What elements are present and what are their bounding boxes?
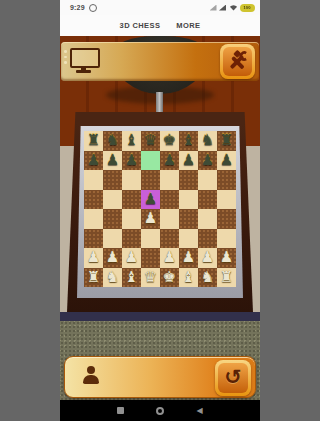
square-c1[interactable]: ♝ [122, 268, 141, 288]
white-pawn[interactable]: ♟ [160, 248, 179, 268]
undo-icon: ↺ [224, 367, 242, 388]
square-g7[interactable]: ♟ [198, 151, 217, 171]
square-c2[interactable]: ♟ [122, 248, 141, 268]
square-b1[interactable]: ♞ [103, 268, 122, 288]
square-b8[interactable]: ♞ [103, 131, 122, 151]
white-pawn[interactable]: ♟ [179, 248, 198, 268]
square-b6[interactable] [103, 170, 122, 190]
notification-icon [89, 4, 97, 12]
player-button[interactable] [81, 366, 101, 390]
square-f4[interactable] [179, 209, 198, 229]
white-queen[interactable]: ♛ [141, 268, 160, 288]
square-a2[interactable]: ♟ [84, 248, 103, 268]
square-h2[interactable]: ♟ [217, 248, 236, 268]
square-h6[interactable] [217, 170, 236, 190]
settings-button[interactable] [220, 44, 255, 79]
square-c7[interactable]: ♟ [122, 151, 141, 171]
white-knight[interactable]: ♞ [103, 268, 122, 288]
square-b4[interactable] [103, 209, 122, 229]
back-button[interactable]: ◀ [196, 407, 202, 415]
signal-icon [219, 5, 226, 11]
square-d5[interactable]: ♟ [141, 190, 160, 210]
white-knight[interactable]: ♞ [198, 268, 217, 288]
square-f2[interactable]: ♟ [179, 248, 198, 268]
square-a3[interactable] [84, 229, 103, 249]
square-d7[interactable] [141, 151, 160, 171]
square-e4[interactable] [160, 209, 179, 229]
phone-screen: 9:29 100 3D CHESS MORE ♜♞♝♛♚♝♞♜♟♟♟♟♟♟♟♟♟… [60, 0, 260, 421]
square-a5[interactable] [84, 190, 103, 210]
black-pawn[interactable]: ♟ [198, 151, 217, 171]
status-bar: 9:29 100 [60, 0, 260, 15]
wifi-icon [229, 4, 238, 11]
square-c8[interactable]: ♝ [122, 131, 141, 151]
recents-button[interactable] [117, 407, 124, 414]
black-pawn[interactable]: ♟ [160, 151, 179, 171]
square-g2[interactable]: ♟ [198, 248, 217, 268]
black-knight[interactable]: ♞ [198, 131, 217, 151]
square-a8[interactable]: ♜ [84, 131, 103, 151]
square-b7[interactable]: ♟ [103, 151, 122, 171]
black-knight[interactable]: ♞ [103, 131, 122, 151]
square-e5[interactable] [160, 190, 179, 210]
square-d3[interactable] [141, 229, 160, 249]
drag-handle-dots [64, 50, 67, 64]
square-h5[interactable] [217, 190, 236, 210]
tab-3d-chess[interactable]: 3D CHESS [120, 21, 161, 30]
status-icons: 100 [210, 0, 256, 15]
square-f1[interactable]: ♝ [179, 268, 198, 288]
white-pawn[interactable]: ♟ [103, 248, 122, 268]
tab-bar: 3D CHESS MORE [60, 15, 260, 36]
square-g3[interactable] [198, 229, 217, 249]
white-pawn[interactable]: ♟ [84, 248, 103, 268]
black-bishop[interactable]: ♝ [122, 131, 141, 151]
black-queen[interactable]: ♛ [141, 131, 160, 151]
square-d8[interactable]: ♛ [141, 131, 160, 151]
square-f8[interactable]: ♝ [179, 131, 198, 151]
square-g5[interactable] [198, 190, 217, 210]
black-bishop[interactable]: ♝ [179, 131, 198, 151]
square-a7[interactable]: ♟ [84, 151, 103, 171]
square-g1[interactable]: ♞ [198, 268, 217, 288]
square-e3[interactable] [160, 229, 179, 249]
square-c3[interactable] [122, 229, 141, 249]
square-e1[interactable]: ♚ [160, 268, 179, 288]
square-f3[interactable] [179, 229, 198, 249]
black-rook[interactable]: ♜ [217, 131, 236, 151]
square-d4[interactable]: ♟ [141, 209, 160, 229]
square-c6[interactable] [122, 170, 141, 190]
table-shadow-strip [60, 312, 260, 321]
square-e8[interactable]: ♚ [160, 131, 179, 151]
square-g4[interactable] [198, 209, 217, 229]
square-d6[interactable] [141, 170, 160, 190]
black-pawn[interactable]: ♟ [103, 151, 122, 171]
black-pawn[interactable]: ♟ [179, 151, 198, 171]
square-e6[interactable] [160, 170, 179, 190]
tools-icon [223, 47, 252, 76]
square-g6[interactable] [198, 170, 217, 190]
square-b5[interactable] [103, 190, 122, 210]
home-button[interactable] [156, 407, 164, 415]
white-bishop[interactable]: ♝ [179, 268, 198, 288]
black-pawn[interactable]: ♟ [217, 151, 236, 171]
square-f6[interactable] [179, 170, 198, 190]
square-c5[interactable] [122, 190, 141, 210]
square-h8[interactable]: ♜ [217, 131, 236, 151]
clock: 9:29 [70, 4, 85, 11]
square-h3[interactable] [217, 229, 236, 249]
white-king[interactable]: ♚ [160, 268, 179, 288]
square-h1[interactable]: ♜ [217, 268, 236, 288]
black-rook[interactable]: ♜ [84, 131, 103, 151]
white-pawn[interactable]: ♟ [122, 248, 141, 268]
chess-board: ♜♞♝♛♚♝♞♜♟♟♟♟♟♟♟♟♟♟♟♟♟♟♟♟♜♞♝♛♚♝♞♜ [84, 131, 236, 287]
square-h7[interactable]: ♟ [217, 151, 236, 171]
white-bishop[interactable]: ♝ [122, 268, 141, 288]
black-pawn[interactable]: ♟ [141, 190, 160, 210]
android-nav-bar: ◀ [60, 400, 260, 421]
white-rook[interactable]: ♜ [84, 268, 103, 288]
battery-icon: 100 [240, 4, 255, 12]
square-a6[interactable] [84, 170, 103, 190]
black-pawn[interactable]: ♟ [122, 151, 141, 171]
white-rook[interactable]: ♜ [217, 268, 236, 288]
monitor-icon [70, 48, 100, 68]
square-e7[interactable]: ♟ [160, 151, 179, 171]
game-scene: ♜♞♝♛♚♝♞♜♟♟♟♟♟♟♟♟♟♟♟♟♟♟♟♟♜♞♝♛♚♝♞♜ [60, 36, 260, 400]
square-c4[interactable] [122, 209, 141, 229]
square-d2[interactable] [141, 248, 160, 268]
undo-button[interactable]: ↺ [215, 360, 251, 396]
white-pawn[interactable]: ♟ [198, 248, 217, 268]
top-toolbar [61, 42, 259, 81]
square-b2[interactable]: ♟ [103, 248, 122, 268]
black-king[interactable]: ♚ [160, 131, 179, 151]
square-g8[interactable]: ♞ [198, 131, 217, 151]
square-a4[interactable] [84, 209, 103, 229]
white-pawn[interactable]: ♟ [141, 209, 160, 229]
tab-more[interactable]: MORE [176, 21, 200, 30]
black-pawn[interactable]: ♟ [84, 151, 103, 171]
square-f7[interactable]: ♟ [179, 151, 198, 171]
white-pawn[interactable]: ♟ [217, 248, 236, 268]
square-b3[interactable] [103, 229, 122, 249]
bottom-toolbar: ↺ [64, 356, 256, 398]
display-mode-button[interactable] [70, 48, 102, 76]
square-e2[interactable]: ♟ [160, 248, 179, 268]
battery-percent: 100 [244, 5, 251, 9]
square-d1[interactable]: ♛ [141, 268, 160, 288]
signal-icon [210, 5, 217, 11]
square-a1[interactable]: ♜ [84, 268, 103, 288]
square-h4[interactable] [217, 209, 236, 229]
square-f5[interactable] [179, 190, 198, 210]
person-icon [87, 366, 95, 374]
